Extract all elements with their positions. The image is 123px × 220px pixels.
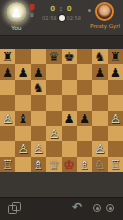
score-left: 0 [50, 5, 56, 13]
square-c8[interactable] [31, 49, 46, 64]
square-h1[interactable]: ♖ [108, 157, 123, 172]
square-d8[interactable]: ♛ [46, 49, 61, 64]
square-a4[interactable]: ♙ [0, 111, 15, 126]
status-dot-icon [88, 9, 91, 12]
piece-black-pawn-b7: ♟ [17, 65, 28, 80]
square-h7[interactable]: ♟ [108, 64, 123, 79]
piece-white-pawn-b2: ♙ [17, 141, 28, 156]
square-a6[interactable] [0, 80, 15, 95]
square-b1[interactable] [15, 157, 30, 172]
square-f7[interactable] [77, 64, 92, 79]
score-block: 0 : 0 02:58 02:58 [36, 0, 87, 36]
square-h3[interactable] [108, 126, 123, 141]
timer-left: 02:58 [42, 15, 56, 21]
square-d2[interactable] [46, 141, 61, 156]
square-b2[interactable]: ♙ [15, 141, 30, 156]
square-g4[interactable] [92, 111, 107, 126]
square-e2[interactable] [62, 141, 77, 156]
square-d7[interactable] [46, 64, 61, 79]
square-a8[interactable]: ♜ [0, 49, 15, 64]
piece-black-rook-h8: ♜ [110, 49, 121, 64]
score-separator: : [60, 5, 64, 13]
square-d6[interactable] [46, 80, 61, 95]
overlapping-squares-icon[interactable] [8, 202, 20, 214]
square-c6[interactable]: ♞ [31, 80, 46, 95]
piece-black-king-e8: ♚ [64, 49, 75, 64]
bottom-toolbar: ↶ [0, 197, 123, 220]
piece-white-knight-g1: ♘ [94, 157, 105, 172]
chess-app: ♟ ♛ You 0 : 0 02:58 02:58 Presty Gyrl ♜♛… [0, 0, 123, 220]
square-a1[interactable]: ♖ [0, 157, 15, 172]
square-b5[interactable] [15, 95, 30, 110]
piece-black-knight-g8: ♞ [94, 49, 105, 64]
ribbon-icon [30, 4, 35, 11]
square-e1[interactable]: ♔ [62, 157, 77, 172]
square-e7[interactable] [62, 64, 77, 79]
top-bar: ♟ ♛ You 0 : 0 02:58 02:58 Presty Gyrl [0, 0, 123, 36]
piece-white-queen-d1: ♕ [48, 157, 59, 172]
square-f6[interactable] [77, 80, 92, 95]
square-a7[interactable]: ♟ [0, 64, 15, 79]
square-h6[interactable] [108, 80, 123, 95]
square-g2[interactable]: ♙ [92, 141, 107, 156]
square-b7[interactable]: ♟ [15, 64, 30, 79]
square-d1[interactable]: ♕ [46, 157, 61, 172]
square-a3[interactable] [0, 126, 15, 141]
square-b6[interactable] [15, 80, 30, 95]
timer-row: 02:58 02:58 [36, 15, 87, 21]
circle-ring-icon-left[interactable] [93, 204, 101, 212]
square-f2[interactable] [77, 141, 92, 156]
opponent-name: Presty Gyrl [88, 23, 122, 29]
piece-white-pawn-a4: ♙ [2, 111, 13, 126]
square-b8[interactable] [15, 49, 30, 64]
piece-black-bishop-b4: ♝ [17, 111, 28, 126]
square-b3[interactable] [15, 126, 30, 141]
square-c5[interactable] [31, 95, 46, 110]
undo-icon[interactable]: ↶ [72, 200, 82, 214]
piece-black-knight-c6: ♞ [33, 80, 44, 95]
piece-white-bishop-f1: ♗ [79, 157, 90, 172]
player-name: You [0, 24, 33, 31]
square-e6[interactable] [62, 80, 77, 95]
square-a5[interactable] [0, 95, 15, 110]
square-d4[interactable] [46, 111, 61, 126]
square-g8[interactable]: ♞ [92, 49, 107, 64]
square-g7[interactable]: ♟ [92, 64, 107, 79]
score-right: 0 [67, 5, 73, 13]
timer-right: 02:58 [67, 15, 81, 21]
piece-black-rook-a8: ♜ [2, 49, 13, 64]
square-b4[interactable]: ♝ [15, 111, 30, 126]
piece-white-rook-h1: ♖ [110, 157, 121, 172]
piece-black-pawn-a7: ♟ [2, 65, 13, 80]
chess-board[interactable]: ♜♛♚♞♜♟♟♟♟♟♞♙♝♟♟♙♙♙♙♙♖♗♕♔♗♘♖ [0, 49, 123, 172]
square-f1[interactable]: ♗ [77, 157, 92, 172]
square-c1[interactable]: ♗ [31, 157, 46, 172]
piece-black-pawn-c7: ♟ [33, 65, 44, 80]
piece-white-rook-a1: ♖ [2, 157, 13, 172]
square-h5[interactable] [108, 95, 123, 110]
white-pawn-avatar-icon: ♟ [11, 7, 22, 19]
square-h8[interactable]: ♜ [108, 49, 123, 64]
player-badges: ♛ [28, 4, 36, 18]
square-g5[interactable] [92, 95, 107, 110]
square-e3[interactable] [62, 126, 77, 141]
square-a2[interactable] [0, 141, 15, 156]
piece-white-pawn-d3: ♙ [48, 126, 59, 141]
crown-icon: ♛ [28, 12, 36, 18]
piece-white-pawn-c2: ♙ [33, 141, 44, 156]
square-f8[interactable] [77, 49, 92, 64]
square-f5[interactable] [77, 95, 92, 110]
captured-pieces-tray-bottom [0, 172, 123, 197]
turn-indicator-icon [59, 15, 65, 21]
circle-ring-icon-right[interactable] [106, 204, 114, 212]
piece-white-bishop-c1: ♗ [33, 157, 44, 172]
square-h2[interactable] [108, 141, 123, 156]
piece-black-pawn-f4: ♟ [79, 111, 90, 126]
square-e5[interactable] [62, 95, 77, 110]
player-avatar[interactable]: ♟ [6, 2, 27, 23]
captured-pieces-tray-top [0, 36, 123, 49]
square-c2[interactable]: ♙ [31, 141, 46, 156]
score: 0 : 0 [36, 5, 87, 13]
square-g1[interactable]: ♘ [92, 157, 107, 172]
square-g3[interactable] [92, 126, 107, 141]
square-c4[interactable] [31, 111, 46, 126]
piece-black-pawn-e4: ♟ [64, 111, 75, 126]
piece-black-pawn-h7: ♟ [110, 65, 121, 80]
piece-black-pawn-g7: ♟ [94, 65, 105, 80]
piece-white-king-e1: ♔ [64, 157, 75, 172]
piece-black-queen-d8: ♛ [48, 49, 59, 64]
square-e8[interactable]: ♚ [62, 49, 77, 64]
square-c7[interactable]: ♟ [31, 64, 46, 79]
square-c3[interactable] [31, 126, 46, 141]
square-f3[interactable] [77, 126, 92, 141]
square-g6[interactable] [92, 80, 107, 95]
square-e4[interactable]: ♟ [62, 111, 77, 126]
piece-white-pawn-h4: ♙ [110, 111, 121, 126]
square-d3[interactable]: ♙ [46, 126, 61, 141]
opponent-avatar[interactable] [95, 2, 114, 21]
square-f4[interactable]: ♟ [77, 111, 92, 126]
piece-white-pawn-g2: ♙ [94, 141, 105, 156]
square-h4[interactable]: ♙ [108, 111, 123, 126]
square-d5[interactable] [46, 95, 61, 110]
